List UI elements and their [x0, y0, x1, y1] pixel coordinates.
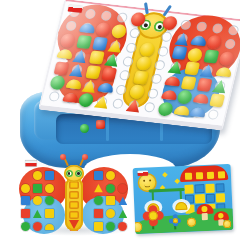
yellow-square-print [94, 222, 103, 231]
blue-semicircle-peg[interactable] [189, 107, 206, 118]
blue-square-peg[interactable] [92, 37, 108, 51]
blue-triangle-print [118, 196, 127, 205]
yellow-semicircle-print [45, 224, 54, 230]
butterfly-template-card[interactable] [16, 160, 132, 238]
brand-label [137, 170, 148, 176]
bell-icon [175, 202, 187, 211]
peg-hole[interactable] [150, 74, 162, 85]
peg-hole[interactable] [224, 39, 236, 50]
red-square-peg[interactable] [96, 120, 105, 129]
pegboard[interactable] [38, 0, 240, 131]
red-circle-peg[interactable] [218, 51, 235, 66]
card-butterfly-eye [75, 170, 82, 177]
green-square-peg[interactable] [203, 50, 219, 64]
green-circle-print [21, 222, 30, 231]
brand-label [68, 5, 84, 13]
red-circle-print [118, 184, 127, 193]
blue-square-print [94, 171, 103, 180]
green-circle-print [94, 196, 103, 205]
peg-hole[interactable] [48, 91, 60, 102]
yellow-circle-print [106, 171, 115, 180]
blue-square-print [21, 196, 30, 205]
red-circle-print [118, 222, 127, 231]
yellow-semicircle-peg[interactable] [65, 79, 82, 90]
yellow-square-peg[interactable] [209, 93, 225, 107]
card-butterfly-eye [66, 170, 73, 177]
roof-square [185, 173, 192, 180]
blue-square-peg[interactable] [171, 46, 187, 60]
peg-hole[interactable] [147, 88, 159, 99]
body-segment [69, 191, 79, 199]
yellow-square-peg[interactable] [184, 62, 200, 76]
yellow-circle-print [45, 184, 54, 193]
red-semicircle-peg[interactable] [164, 76, 181, 87]
mushroom-stem [202, 213, 208, 220]
yellow-square-print [106, 196, 115, 205]
card-butterfly-head [64, 165, 84, 182]
roof-square [207, 172, 214, 179]
yellow-square-print [45, 209, 54, 218]
red-square-print [94, 209, 103, 218]
mushroom [196, 204, 214, 222]
red-circle-print [33, 222, 42, 231]
peg-hole[interactable] [154, 60, 166, 71]
red-semicircle-peg[interactable] [160, 90, 177, 101]
red-semicircle-peg[interactable] [62, 93, 79, 104]
green-circle-print [45, 196, 54, 205]
peg-hole[interactable] [122, 56, 134, 67]
wall-blue-square [205, 194, 215, 203]
wall-blue-square [215, 183, 225, 192]
blue-square-print [45, 171, 54, 180]
yellow-semicircle-peg[interactable] [173, 106, 190, 117]
blue-flower [169, 214, 182, 227]
red-square-peg[interactable] [196, 77, 212, 91]
green-square-peg[interactable] [76, 35, 92, 49]
peg-grid [45, 4, 240, 122]
peg-hole[interactable] [196, 21, 208, 32]
red-semicircle-peg[interactable] [192, 93, 209, 104]
green-square-print [33, 184, 42, 193]
wall-yellow-square [195, 194, 205, 203]
peg-hole[interactable] [180, 20, 192, 31]
peg-hole[interactable] [144, 102, 156, 113]
peg-hole[interactable] [116, 12, 128, 23]
peg-hole[interactable] [125, 42, 137, 53]
flower-center [172, 218, 177, 223]
wall-blue-square [195, 184, 205, 193]
red-flower [142, 205, 164, 227]
yellow-circle-print [106, 209, 115, 218]
yellow-circle-print [33, 171, 42, 180]
blue-semicircle-peg[interactable] [97, 82, 114, 93]
yellow-square-peg[interactable] [180, 76, 196, 90]
red-square-peg[interactable] [53, 61, 69, 75]
recess-divider [106, 117, 109, 141]
red-square-print [21, 209, 30, 218]
product-photo [0, 0, 240, 240]
antenna-tip-dot [82, 154, 88, 160]
yellow-circle-print [33, 196, 42, 205]
peg-hole[interactable] [129, 28, 141, 39]
wall-yellow-square [184, 185, 194, 194]
green-circle-peg[interactable] [80, 124, 89, 133]
card-butterfly-body [65, 177, 83, 231]
green-circle-print [106, 184, 115, 193]
yellow-semicircle-peg[interactable] [215, 67, 232, 78]
blue-semicircle-peg[interactable] [190, 36, 207, 47]
peg-hole[interactable] [115, 84, 127, 95]
peg-hole[interactable] [118, 70, 130, 81]
peg-hole[interactable] [211, 23, 223, 34]
peg-hole[interactable] [84, 9, 96, 20]
garden-template-card[interactable] [133, 164, 234, 234]
house-roof [180, 165, 229, 182]
roof-square [196, 172, 203, 179]
peg-hole[interactable] [227, 25, 239, 36]
green-triangle-print [33, 209, 42, 218]
card-butterfly-tail [69, 220, 79, 229]
blue-semicircle-peg[interactable] [79, 23, 96, 34]
red-square-peg[interactable] [101, 67, 117, 81]
roof-square [218, 171, 225, 178]
antenna-tip-dot [60, 154, 66, 160]
yellow-square-peg[interactable] [133, 70, 149, 84]
peg-hole[interactable] [100, 10, 112, 21]
wall-yellow-square [216, 193, 226, 202]
star-icon [162, 172, 168, 178]
peg-hole[interactable] [207, 109, 219, 120]
wall-yellow-square [205, 184, 215, 193]
body-segment [69, 181, 79, 189]
brand-label [25, 161, 36, 167]
peg-hole[interactable] [157, 46, 169, 57]
yellow-circle-print [21, 184, 30, 193]
green-circle-print [106, 222, 115, 231]
peg-hole[interactable] [112, 98, 124, 109]
peg-hole[interactable] [160, 32, 172, 43]
yellow-square-peg[interactable] [88, 51, 104, 65]
yellow-triangle-print [94, 184, 103, 193]
body-segment [69, 201, 79, 209]
peg-hole[interactable] [65, 21, 77, 32]
yellow-semicircle-peg[interactable] [56, 49, 73, 60]
body-segment [69, 211, 79, 219]
yellow-square-peg[interactable] [85, 65, 101, 79]
green-triangle-print [118, 209, 127, 218]
